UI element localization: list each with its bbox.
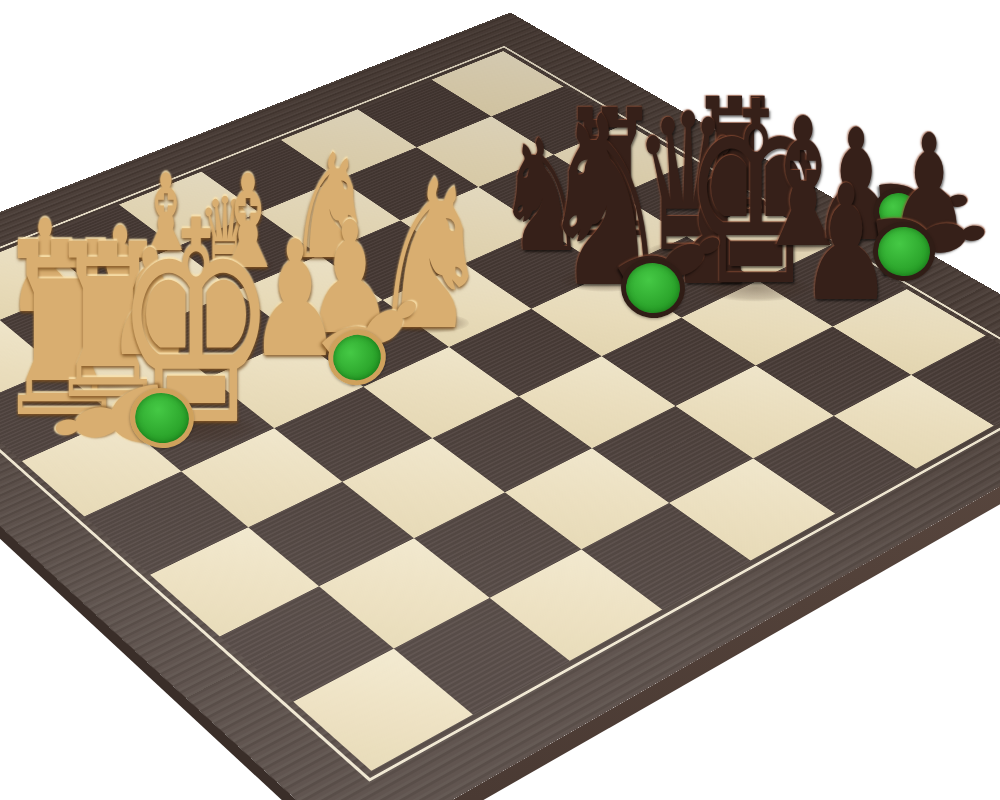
chess-board — [0, 12, 1000, 800]
chess-product-photo: ♛♝♝♞♟♟♜♜♟♟♟♚♞♟♟♜♜♞♛♟♚♝♟♟♟♞♟♟♟ — [0, 0, 1000, 800]
black-pawn-piece: ♟ — [888, 142, 970, 230]
b-pawn-4-shadow — [905, 220, 953, 232]
